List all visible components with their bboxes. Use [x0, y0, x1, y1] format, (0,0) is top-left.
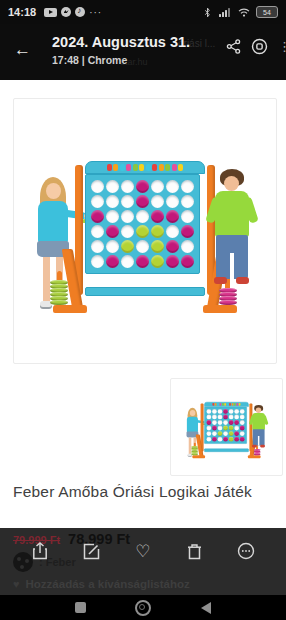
green-disc: [136, 225, 149, 238]
empty-hole: [121, 195, 134, 208]
thumbnail-scene: [178, 379, 275, 476]
empty-hole: [234, 415, 239, 420]
empty-hole: [151, 195, 164, 208]
overflow-menu-icon[interactable]: ⋮: [278, 44, 282, 50]
green-disc: [151, 240, 164, 253]
pink-disc: [206, 420, 211, 425]
girl-shirt: [38, 201, 68, 243]
empty-hole: [91, 225, 104, 238]
empty-hole: [229, 409, 234, 414]
share-icon[interactable]: [226, 39, 241, 54]
pink-disc: [223, 409, 228, 414]
wishlist-row[interactable]: ♥ Hozzáadás a kívánságlistához: [13, 578, 190, 590]
empty-hole: [206, 431, 211, 436]
empty-hole: [206, 415, 211, 420]
pink-disc: [223, 415, 228, 420]
pink-disc: [136, 180, 149, 193]
product-photo-scene: [14, 99, 276, 363]
empty-hole: [166, 225, 179, 238]
pink-disc: [106, 255, 119, 268]
share-button[interactable]: [29, 540, 51, 562]
pink-disc: [212, 437, 217, 442]
phone-screen: 14:18 ··· 54 óriási l... utar.hu ← 2024.…: [0, 0, 286, 620]
empty-hole: [240, 431, 245, 436]
empty-hole: [91, 240, 104, 253]
gallery-action-bar: ♡: [0, 540, 286, 562]
empty-hole: [240, 420, 245, 425]
back-arrow-icon[interactable]: ←: [14, 40, 31, 60]
empty-hole: [212, 420, 217, 425]
empty-hole: [181, 195, 194, 208]
messenger-icon: [61, 7, 71, 17]
empty-hole: [121, 180, 134, 193]
empty-hole: [106, 180, 119, 193]
pink-disc: [234, 431, 239, 436]
bluetooth-icon: [204, 7, 211, 18]
android-back-button[interactable]: [201, 602, 211, 614]
empty-hole: [206, 409, 211, 414]
clock: 14:18: [8, 6, 36, 18]
empty-hole: [218, 409, 223, 414]
empty-hole: [106, 195, 119, 208]
boy-jeans: [216, 235, 248, 279]
green-disc: [218, 431, 223, 436]
android-nav-bar: [0, 595, 286, 620]
boy-shirt: [215, 191, 249, 237]
status-bar: 14:18 ··· 54: [0, 0, 286, 24]
tiktok-icon: [75, 7, 85, 17]
empty-hole: [218, 415, 223, 420]
pink-disc: [240, 437, 245, 442]
empty-hole: [218, 426, 223, 431]
board-banner: [85, 161, 205, 174]
page-content: Feber Amőba Óriási Logikai Játék: [0, 80, 286, 528]
empty-hole: [212, 431, 217, 436]
empty-hole: [229, 415, 234, 420]
girl-face: [46, 183, 61, 199]
empty-hole: [106, 210, 119, 223]
boy-face: [224, 176, 239, 191]
thumbnail-image[interactable]: [170, 378, 283, 476]
empty-hole: [151, 180, 164, 193]
empty-hole: [166, 195, 179, 208]
green-disc: [151, 255, 164, 268]
pink-disc: [181, 255, 194, 268]
empty-hole: [136, 240, 149, 253]
signal-icon: [219, 8, 230, 17]
empty-hole: [121, 210, 134, 223]
battery-icon: 54: [256, 6, 278, 18]
pink-disc: [166, 240, 179, 253]
pink-disc: [229, 420, 234, 425]
empty-hole: [218, 437, 223, 442]
pink-disc: [212, 426, 217, 431]
more-options-button[interactable]: [235, 540, 257, 562]
green-disc: [229, 437, 234, 442]
pink-disc: [136, 255, 149, 268]
main-product-image[interactable]: [13, 98, 277, 364]
empty-hole: [218, 420, 223, 425]
green-disc: [229, 426, 234, 431]
green-ring-stack: [50, 271, 68, 305]
empty-hole: [91, 195, 104, 208]
empty-hole: [223, 431, 228, 436]
green-disc: [229, 431, 234, 436]
wifi-icon: [238, 8, 250, 17]
pink-disc: [91, 210, 104, 223]
empty-hole: [234, 409, 239, 414]
empty-hole: [106, 240, 119, 253]
screenshot-date-title: 2024. Augusztus 31.: [52, 34, 190, 50]
product-title: Feber Amőba Óriási Logikai Játék: [13, 482, 265, 501]
empty-hole: [234, 426, 239, 431]
green-disc: [121, 240, 134, 253]
empty-hole: [121, 225, 134, 238]
screenshot-time-source: 17:48 | Chrome: [52, 54, 127, 66]
pink-disc: [151, 210, 164, 223]
pink-disc: [106, 225, 119, 238]
empty-hole: [240, 409, 245, 414]
empty-hole: [181, 240, 194, 253]
empty-hole: [212, 415, 217, 420]
empty-hole: [181, 210, 194, 223]
home-button[interactable]: [135, 600, 151, 616]
favorite-button[interactable]: ♡: [132, 540, 154, 562]
connect-four-grid: [85, 174, 200, 274]
edit-button[interactable]: [80, 540, 102, 562]
empty-hole: [181, 180, 194, 193]
pink-disc: [234, 437, 239, 442]
boy-player: [206, 169, 264, 315]
recents-button[interactable]: [75, 602, 86, 613]
empty-hole: [121, 255, 134, 268]
empty-hole: [223, 420, 228, 425]
pink-disc: [240, 426, 245, 431]
empty-hole: [136, 210, 149, 223]
gallery-header: óriási l... utar.hu ← 2024. Augusztus 31…: [0, 24, 286, 80]
delete-button[interactable]: [184, 540, 206, 562]
green-disc: [151, 225, 164, 238]
pink-disc: [166, 255, 179, 268]
pink-disc: [234, 420, 239, 425]
pink-disc: [136, 195, 149, 208]
wishlist-label: Hozzáadás a kívánságlistához: [26, 578, 190, 590]
empty-hole: [240, 415, 245, 420]
pink-disc: [166, 210, 179, 223]
empty-hole: [91, 255, 104, 268]
empty-hole: [212, 409, 217, 414]
empty-hole: [206, 437, 211, 442]
board-bottom-rail: [85, 287, 205, 296]
screenshot-edit-icon[interactable]: [251, 38, 268, 55]
board-left-foot: [53, 305, 87, 313]
pink-disc: [181, 225, 194, 238]
pink-disc: [223, 437, 228, 442]
more-notifications-icon: ···: [89, 7, 102, 18]
green-disc: [223, 426, 228, 431]
wishlist-heart-icon: ♥: [13, 578, 20, 590]
empty-hole: [91, 180, 104, 193]
youtube-icon: [44, 8, 57, 17]
empty-hole: [166, 180, 179, 193]
gallery-bottom-overlay: 79.999 Ft 78.999 Ft : Feber ♥ Hozzáadás …: [0, 528, 286, 595]
empty-hole: [206, 426, 211, 431]
